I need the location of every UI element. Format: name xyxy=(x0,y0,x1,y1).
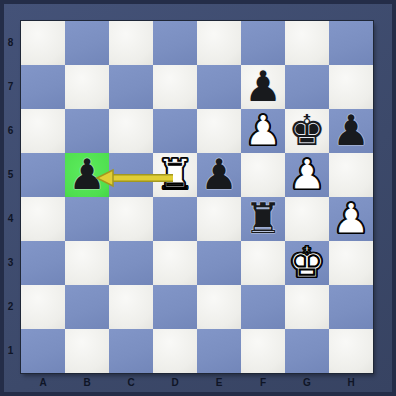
square-h4[interactable]: ♟ xyxy=(329,197,373,241)
square-h6[interactable]: ♟ xyxy=(329,109,373,153)
square-h1[interactable] xyxy=(329,329,373,373)
square-g3[interactable]: ♚ xyxy=(285,241,329,285)
white-pawn[interactable]: ♟ xyxy=(244,109,282,153)
square-c1[interactable] xyxy=(109,329,153,373)
rank-label-7: 7 xyxy=(1,65,20,109)
white-king[interactable]: ♚ xyxy=(288,241,326,285)
square-f5[interactable] xyxy=(241,153,285,197)
file-label-h: H xyxy=(329,376,373,390)
square-g1[interactable] xyxy=(285,329,329,373)
file-label-b: B xyxy=(65,376,109,390)
square-h8[interactable] xyxy=(329,21,373,65)
square-c6[interactable] xyxy=(109,109,153,153)
square-e1[interactable] xyxy=(197,329,241,373)
square-c4[interactable] xyxy=(109,197,153,241)
file-label-d: D xyxy=(153,376,197,390)
square-c3[interactable] xyxy=(109,241,153,285)
square-c7[interactable] xyxy=(109,65,153,109)
rank-label-6: 6 xyxy=(1,109,20,153)
square-f3[interactable] xyxy=(241,241,285,285)
square-d7[interactable] xyxy=(153,65,197,109)
square-a8[interactable] xyxy=(21,21,65,65)
square-b2[interactable] xyxy=(65,285,109,329)
square-g4[interactable] xyxy=(285,197,329,241)
square-b8[interactable] xyxy=(65,21,109,65)
file-label-a: A xyxy=(21,376,65,390)
square-a4[interactable] xyxy=(21,197,65,241)
square-e3[interactable] xyxy=(197,241,241,285)
square-f8[interactable] xyxy=(241,21,285,65)
square-g5[interactable]: ♟ xyxy=(285,153,329,197)
square-d4[interactable] xyxy=(153,197,197,241)
square-e2[interactable] xyxy=(197,285,241,329)
square-e6[interactable] xyxy=(197,109,241,153)
square-b3[interactable] xyxy=(65,241,109,285)
square-e5[interactable]: ♟ xyxy=(197,153,241,197)
square-h3[interactable] xyxy=(329,241,373,285)
square-g7[interactable] xyxy=(285,65,329,109)
square-c8[interactable] xyxy=(109,21,153,65)
file-label-c: C xyxy=(109,376,153,390)
board: ♟♟♚♟♟♜♟♟♜♟♚ xyxy=(21,21,373,373)
square-e8[interactable] xyxy=(197,21,241,65)
white-pawn[interactable]: ♟ xyxy=(332,197,370,241)
rank-label-1: 1 xyxy=(1,329,20,373)
white-pawn[interactable]: ♟ xyxy=(288,153,326,197)
square-b1[interactable] xyxy=(65,329,109,373)
black-pawn[interactable]: ♟ xyxy=(200,153,238,197)
file-label-e: E xyxy=(197,376,241,390)
black-rook[interactable]: ♜ xyxy=(244,197,282,241)
square-h5[interactable] xyxy=(329,153,373,197)
square-d3[interactable] xyxy=(153,241,197,285)
file-label-g: G xyxy=(285,376,329,390)
square-b5[interactable]: ♟ xyxy=(65,153,109,197)
square-f1[interactable] xyxy=(241,329,285,373)
rank-label-3: 3 xyxy=(1,241,20,285)
white-rook[interactable]: ♜ xyxy=(156,153,194,197)
square-f2[interactable] xyxy=(241,285,285,329)
square-f6[interactable]: ♟ xyxy=(241,109,285,153)
black-king[interactable]: ♚ xyxy=(288,109,326,153)
square-e7[interactable] xyxy=(197,65,241,109)
black-pawn[interactable]: ♟ xyxy=(68,153,106,197)
square-b4[interactable] xyxy=(65,197,109,241)
square-a1[interactable] xyxy=(21,329,65,373)
square-c2[interactable] xyxy=(109,285,153,329)
square-a6[interactable] xyxy=(21,109,65,153)
square-g8[interactable] xyxy=(285,21,329,65)
square-a3[interactable] xyxy=(21,241,65,285)
file-label-f: F xyxy=(241,376,285,390)
square-d2[interactable] xyxy=(153,285,197,329)
square-d1[interactable] xyxy=(153,329,197,373)
square-d6[interactable] xyxy=(153,109,197,153)
black-pawn[interactable]: ♟ xyxy=(332,109,370,153)
square-d8[interactable] xyxy=(153,21,197,65)
square-e4[interactable] xyxy=(197,197,241,241)
square-a7[interactable] xyxy=(21,65,65,109)
rank-label-4: 4 xyxy=(1,197,20,241)
square-a2[interactable] xyxy=(21,285,65,329)
square-h7[interactable] xyxy=(329,65,373,109)
rank-label-2: 2 xyxy=(1,285,20,329)
square-b6[interactable] xyxy=(65,109,109,153)
square-b7[interactable] xyxy=(65,65,109,109)
rank-label-8: 8 xyxy=(1,21,20,65)
square-g2[interactable] xyxy=(285,285,329,329)
square-f4[interactable]: ♜ xyxy=(241,197,285,241)
square-f7[interactable]: ♟ xyxy=(241,65,285,109)
square-d5[interactable]: ♜ xyxy=(153,153,197,197)
square-a5[interactable] xyxy=(21,153,65,197)
black-pawn[interactable]: ♟ xyxy=(244,65,282,109)
square-c5[interactable] xyxy=(109,153,153,197)
square-g6[interactable]: ♚ xyxy=(285,109,329,153)
rank-label-5: 5 xyxy=(1,153,20,197)
square-h2[interactable] xyxy=(329,285,373,329)
